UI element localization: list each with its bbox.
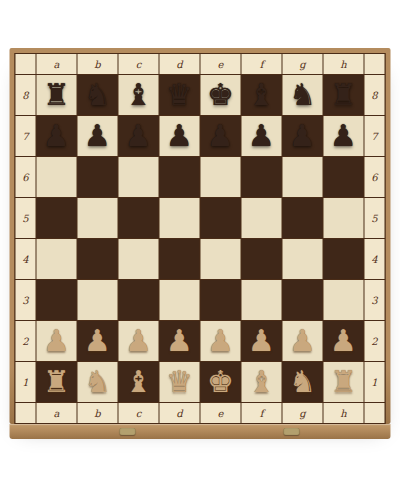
square-f1[interactable]: ♝ [242, 362, 282, 402]
square-e8[interactable]: ♚ [201, 75, 241, 115]
piece-black-knight[interactable]: ♞ [289, 80, 316, 110]
square-a1[interactable]: ♜ [37, 362, 77, 402]
square-d3[interactable] [160, 280, 200, 320]
rank-label-4-left: 4 [16, 239, 36, 279]
square-e5[interactable] [201, 198, 241, 238]
file-label-b-top: b [78, 54, 118, 74]
square-b8[interactable]: ♞ [78, 75, 118, 115]
rank-label-6-right: 6 [365, 157, 385, 197]
piece-black-bishop[interactable]: ♝ [125, 80, 152, 110]
piece-white-knight[interactable]: ♞ [289, 367, 316, 397]
rank-label-3-left: 3 [16, 280, 36, 320]
file-label-a-bottom: a [37, 403, 77, 423]
piece-white-queen[interactable]: ♛ [166, 367, 193, 397]
brass-hinge [120, 428, 136, 435]
square-c5[interactable] [119, 198, 159, 238]
file-label-g-bottom: g [283, 403, 323, 423]
square-c4[interactable] [119, 239, 159, 279]
rank-label-7-right: 7 [365, 116, 385, 156]
piece-white-knight[interactable]: ♞ [84, 367, 111, 397]
square-g7[interactable]: ♟ [283, 116, 323, 156]
square-h7[interactable]: ♟ [324, 116, 364, 156]
piece-black-pawn[interactable]: ♟ [207, 121, 234, 151]
file-label-h-top: h [324, 54, 364, 74]
piece-black-queen[interactable]: ♛ [166, 80, 193, 110]
square-a5[interactable] [37, 198, 77, 238]
board-frame: abcdefgh8♜♞♝♛♚♝♞♜87♟♟♟♟♟♟♟♟7665544332♟♟♟… [10, 48, 391, 424]
piece-black-pawn[interactable]: ♟ [166, 121, 193, 151]
file-label-e-bottom: e [201, 403, 241, 423]
square-a3[interactable] [37, 280, 77, 320]
piece-black-rook[interactable]: ♜ [330, 80, 357, 110]
file-label-c-bottom: c [119, 403, 159, 423]
square-d6[interactable] [160, 157, 200, 197]
frame-corner [16, 54, 36, 74]
rank-label-4-right: 4 [365, 239, 385, 279]
product-photo: abcdefgh8♜♞♝♛♚♝♞♜87♟♟♟♟♟♟♟♟7665544332♟♟♟… [0, 0, 400, 498]
square-h8[interactable]: ♜ [324, 75, 364, 115]
frame-corner [16, 403, 36, 423]
file-label-g-top: g [283, 54, 323, 74]
square-c2[interactable]: ♟ [119, 321, 159, 361]
piece-black-pawn[interactable]: ♟ [125, 121, 152, 151]
square-g5[interactable] [283, 198, 323, 238]
square-d2[interactable]: ♟ [160, 321, 200, 361]
square-g4[interactable] [283, 239, 323, 279]
piece-white-pawn[interactable]: ♟ [330, 326, 357, 356]
square-e7[interactable]: ♟ [201, 116, 241, 156]
frame-corner [365, 54, 385, 74]
piece-white-pawn[interactable]: ♟ [289, 326, 316, 356]
piece-white-pawn[interactable]: ♟ [43, 326, 70, 356]
piece-white-bishop[interactable]: ♝ [125, 367, 152, 397]
square-b1[interactable]: ♞ [78, 362, 118, 402]
square-h4[interactable] [324, 239, 364, 279]
piece-white-pawn[interactable]: ♟ [207, 326, 234, 356]
file-label-b-bottom: b [78, 403, 118, 423]
file-label-e-top: e [201, 54, 241, 74]
frame-corner [365, 403, 385, 423]
piece-white-rook[interactable]: ♜ [43, 367, 70, 397]
file-label-d-bottom: d [160, 403, 200, 423]
board-front-edge [10, 424, 391, 439]
piece-black-pawn[interactable]: ♟ [289, 121, 316, 151]
square-h6[interactable] [324, 157, 364, 197]
piece-black-king[interactable]: ♚ [207, 80, 234, 110]
file-label-a-top: a [37, 54, 77, 74]
square-c6[interactable] [119, 157, 159, 197]
square-d4[interactable] [160, 239, 200, 279]
square-h2[interactable]: ♟ [324, 321, 364, 361]
square-c1[interactable]: ♝ [119, 362, 159, 402]
square-g1[interactable]: ♞ [283, 362, 323, 402]
piece-white-king[interactable]: ♚ [207, 367, 234, 397]
piece-black-pawn[interactable]: ♟ [330, 121, 357, 151]
square-b2[interactable]: ♟ [78, 321, 118, 361]
piece-black-bishop[interactable]: ♝ [248, 80, 275, 110]
square-a7[interactable]: ♟ [37, 116, 77, 156]
piece-black-knight[interactable]: ♞ [84, 80, 111, 110]
square-e1[interactable]: ♚ [201, 362, 241, 402]
square-e3[interactable] [201, 280, 241, 320]
square-d5[interactable] [160, 198, 200, 238]
square-d7[interactable]: ♟ [160, 116, 200, 156]
square-c3[interactable] [119, 280, 159, 320]
square-f7[interactable]: ♟ [242, 116, 282, 156]
square-g3[interactable] [283, 280, 323, 320]
square-b3[interactable] [78, 280, 118, 320]
rank-label-6-left: 6 [16, 157, 36, 197]
rank-label-3-right: 3 [365, 280, 385, 320]
chess-board: abcdefgh8♜♞♝♛♚♝♞♜87♟♟♟♟♟♟♟♟7665544332♟♟♟… [10, 48, 391, 439]
square-h5[interactable] [324, 198, 364, 238]
rank-label-2-left: 2 [16, 321, 36, 361]
board-grid: abcdefgh8♜♞♝♛♚♝♞♜87♟♟♟♟♟♟♟♟7665544332♟♟♟… [15, 53, 386, 424]
rank-label-5-left: 5 [16, 198, 36, 238]
square-f3[interactable] [242, 280, 282, 320]
piece-white-bishop[interactable]: ♝ [248, 367, 275, 397]
brass-hinge [284, 428, 300, 435]
piece-white-pawn[interactable]: ♟ [248, 326, 275, 356]
square-f8[interactable]: ♝ [242, 75, 282, 115]
square-e4[interactable] [201, 239, 241, 279]
file-label-d-top: d [160, 54, 200, 74]
square-e6[interactable] [201, 157, 241, 197]
rank-label-8-left: 8 [16, 75, 36, 115]
rank-label-7-left: 7 [16, 116, 36, 156]
square-c8[interactable]: ♝ [119, 75, 159, 115]
square-a6[interactable] [37, 157, 77, 197]
piece-white-pawn[interactable]: ♟ [84, 326, 111, 356]
rank-label-5-right: 5 [365, 198, 385, 238]
square-a4[interactable] [37, 239, 77, 279]
square-b4[interactable] [78, 239, 118, 279]
square-f2[interactable]: ♟ [242, 321, 282, 361]
square-a8[interactable]: ♜ [37, 75, 77, 115]
piece-black-pawn[interactable]: ♟ [43, 121, 70, 151]
piece-black-pawn[interactable]: ♟ [84, 121, 111, 151]
rank-label-8-right: 8 [365, 75, 385, 115]
square-g6[interactable] [283, 157, 323, 197]
square-b6[interactable] [78, 157, 118, 197]
piece-white-pawn[interactable]: ♟ [166, 326, 193, 356]
piece-white-rook[interactable]: ♜ [330, 367, 357, 397]
square-h1[interactable]: ♜ [324, 362, 364, 402]
rank-label-2-right: 2 [365, 321, 385, 361]
square-f6[interactable] [242, 157, 282, 197]
square-e2[interactable]: ♟ [201, 321, 241, 361]
file-label-f-top: f [242, 54, 282, 74]
square-f5[interactable] [242, 198, 282, 238]
square-f4[interactable] [242, 239, 282, 279]
square-c7[interactable]: ♟ [119, 116, 159, 156]
square-a2[interactable]: ♟ [37, 321, 77, 361]
rank-label-1-right: 1 [365, 362, 385, 402]
square-g8[interactable]: ♞ [283, 75, 323, 115]
square-g2[interactable]: ♟ [283, 321, 323, 361]
file-label-h-bottom: h [324, 403, 364, 423]
rank-label-1-left: 1 [16, 362, 36, 402]
piece-white-pawn[interactable]: ♟ [125, 326, 152, 356]
square-b5[interactable] [78, 198, 118, 238]
square-b7[interactable]: ♟ [78, 116, 118, 156]
piece-black-pawn[interactable]: ♟ [248, 121, 275, 151]
square-d8[interactable]: ♛ [160, 75, 200, 115]
file-label-c-top: c [119, 54, 159, 74]
file-label-f-bottom: f [242, 403, 282, 423]
piece-black-rook[interactable]: ♜ [43, 80, 70, 110]
square-h3[interactable] [324, 280, 364, 320]
square-d1[interactable]: ♛ [160, 362, 200, 402]
